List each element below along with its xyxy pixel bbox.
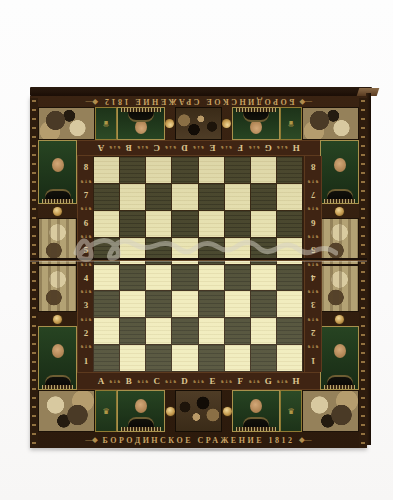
coord-label: B	[121, 143, 137, 153]
battle-scene-center	[175, 390, 222, 432]
square-g4	[251, 265, 276, 291]
square-h8	[277, 157, 302, 183]
square-d2	[172, 318, 197, 344]
square-a2	[94, 318, 119, 344]
square-g2	[251, 318, 276, 344]
board-top-edge	[30, 87, 372, 96]
portrait-head	[52, 344, 64, 358]
coord-label: 2	[311, 322, 316, 345]
coord-ornament-icon: ♞♝♞	[248, 379, 260, 384]
general-portrait	[38, 140, 77, 204]
coord-ornament-icon: ♞♝♞	[276, 379, 288, 384]
square-b1	[120, 345, 145, 371]
border-band-top: ♛ ♛	[38, 107, 359, 140]
coord-ornament-icon: ♞♝♞	[80, 289, 92, 294]
square-a7	[94, 184, 119, 210]
panel-ornament-icon: ♛	[102, 119, 109, 128]
board-grid	[93, 156, 303, 372]
portrait-head	[135, 399, 147, 413]
coord-ornament-icon: ♞♝♞	[192, 146, 204, 151]
coord-label: 3	[84, 294, 89, 317]
panel-ornament-icon: ♛	[102, 407, 109, 416]
square-b3	[120, 291, 145, 317]
coord-label: D	[177, 143, 193, 153]
photo-stage: ―◆ БОРОДИНСКОЕ СРАЖЕНИЕ 1812 ―◆ ♛ ♛	[0, 0, 393, 500]
square-a3	[94, 291, 119, 317]
square-d8	[172, 157, 197, 183]
flourish-icon: ―◆	[299, 98, 311, 106]
ornament-panel: ♛	[95, 390, 117, 432]
coord-ornament-icon: ♞♝♞	[80, 317, 92, 322]
coord-label: 4	[311, 267, 316, 290]
coord-label: D	[177, 376, 193, 386]
square-f4	[225, 265, 250, 291]
square-e4	[199, 265, 224, 291]
medal-ornament-icon	[320, 312, 359, 326]
square-c2	[146, 318, 171, 344]
portrait-caption	[42, 385, 73, 389]
coord-label: C	[149, 376, 165, 386]
square-a4	[94, 265, 119, 291]
square-g3	[251, 291, 276, 317]
square-e2	[199, 318, 224, 344]
square-e8	[199, 157, 224, 183]
border-band-left	[38, 140, 77, 390]
board-fold-seam	[30, 258, 367, 262]
flourish-icon: ―◆	[299, 436, 311, 444]
battlefield-landscape	[320, 265, 359, 312]
coord-label: B	[121, 376, 137, 386]
square-h2	[277, 318, 302, 344]
coord-ornament-icon: ♞♝♞	[137, 146, 149, 151]
portrait-caption	[121, 427, 161, 431]
coord-ornament-icon: ♞♝♞	[220, 379, 232, 384]
square-d6	[172, 211, 197, 237]
portrait-head	[135, 120, 147, 134]
general-portrait	[232, 390, 280, 432]
medal-ornament-icon	[222, 390, 232, 432]
battle-scene-corner	[302, 107, 359, 140]
general-portrait	[117, 390, 165, 432]
coord-ornament-icon: ♞♝♞	[307, 262, 319, 267]
coord-label: A	[93, 143, 109, 153]
square-c1	[146, 345, 171, 371]
coord-label: 4	[84, 267, 89, 290]
coord-label: G	[260, 143, 276, 153]
square-b2	[120, 318, 145, 344]
general-portrait	[117, 107, 165, 140]
panel-ornament-icon: ♛	[287, 119, 294, 128]
portrait-caption	[121, 108, 161, 112]
square-c8	[146, 157, 171, 183]
square-c7	[146, 184, 171, 210]
coord-ornament-icon: ♞♝♞	[307, 179, 319, 184]
board-shadow	[34, 448, 364, 452]
square-h6	[277, 211, 302, 237]
square-c3	[146, 291, 171, 317]
title-bottom: ―◆ БОРОДИНСКОЕ СРАЖЕНИЕ 1812 ―◆	[36, 432, 361, 448]
frame-trim-right	[359, 98, 367, 448]
coord-ornament-icon: ♞♝♞	[307, 317, 319, 322]
square-f2	[225, 318, 250, 344]
coord-label: 8	[84, 156, 89, 179]
square-d1	[172, 345, 197, 371]
medal-ornament-icon	[38, 312, 77, 326]
coord-label: 8	[311, 156, 316, 179]
square-b4	[120, 265, 145, 291]
coord-label: E	[205, 376, 221, 386]
square-f6	[225, 211, 250, 237]
coord-label: 1	[311, 349, 316, 372]
file-labels-bottom: A♞♝♞B♞♝♞C♞♝♞D♞♝♞E♞♝♞F♞♝♞G♞♝♞H	[77, 372, 320, 390]
coord-ornament-icon: ♞♝♞	[80, 234, 92, 239]
square-g6	[251, 211, 276, 237]
coord-ornament-icon: ♞♝♞	[307, 289, 319, 294]
square-e3	[199, 291, 224, 317]
battle-scene-center	[175, 107, 222, 140]
coord-ornament-icon: ♞♝♞	[137, 379, 149, 384]
ornament-panel: ♛	[280, 107, 302, 140]
coord-ornament-icon: ♞♝♞	[165, 146, 177, 151]
medal-ornament-icon	[38, 204, 77, 218]
square-b8	[120, 157, 145, 183]
square-g1	[251, 345, 276, 371]
flourish-icon: ―◆	[85, 98, 97, 106]
coord-label: 6	[84, 211, 89, 234]
coord-ornament-icon: ♞♝♞	[109, 146, 121, 151]
gold-ticks	[32, 100, 36, 446]
title-bottom-text: БОРОДИНСКОЕ СРАЖЕНИЕ 1812	[103, 436, 295, 445]
chess-board: ―◆ БОРОДИНСКОЕ СРАЖЕНИЕ 1812 ―◆ ♛ ♛	[30, 87, 367, 448]
coord-label: H	[288, 376, 304, 386]
coord-label: A	[93, 376, 109, 386]
square-f7	[225, 184, 250, 210]
coord-label: E	[205, 143, 221, 153]
square-d7	[172, 184, 197, 210]
coord-ornament-icon: ♞♝♞	[248, 146, 260, 151]
general-portrait	[232, 107, 280, 140]
coord-label: H	[288, 143, 304, 153]
portrait-head	[334, 158, 346, 172]
square-a1	[94, 345, 119, 371]
square-g8	[251, 157, 276, 183]
coord-ornament-icon: ♞♝♞	[307, 206, 319, 211]
square-f1	[225, 345, 250, 371]
battle-scene-corner	[302, 390, 359, 432]
portrait-caption	[324, 385, 355, 389]
coord-ornament-icon: ♞♝♞	[276, 146, 288, 151]
square-a8	[94, 157, 119, 183]
square-c6	[146, 211, 171, 237]
square-e7	[199, 184, 224, 210]
coord-label: 2	[84, 322, 89, 345]
portrait-caption	[236, 427, 276, 431]
portrait-head	[250, 120, 262, 134]
coord-ornament-icon: ♞♝♞	[80, 262, 92, 267]
square-c4	[146, 265, 171, 291]
square-h1	[277, 345, 302, 371]
coord-ornament-icon: ♞♝♞	[80, 179, 92, 184]
coord-label: F	[232, 376, 248, 386]
coord-ornament-icon: ♞♝♞	[109, 379, 121, 384]
portrait-head	[52, 158, 64, 172]
square-h3	[277, 291, 302, 317]
square-e1	[199, 345, 224, 371]
square-b7	[120, 184, 145, 210]
medal-ornament-icon	[222, 107, 232, 140]
square-f3	[225, 291, 250, 317]
coord-label: 7	[84, 184, 89, 207]
border-band-right	[320, 140, 359, 390]
file-labels-top: H♞♝♞G♞♝♞F♞♝♞E♞♝♞D♞♝♞C♞♝♞B♞♝♞A	[77, 140, 320, 156]
portrait-caption	[42, 199, 73, 203]
battle-scene-corner	[38, 107, 95, 140]
coord-label: 6	[311, 211, 316, 234]
square-g7	[251, 184, 276, 210]
border-band-bottom: ♛ ♛	[38, 390, 359, 432]
square-f8	[225, 157, 250, 183]
medal-ornament-icon	[165, 390, 175, 432]
general-portrait	[320, 140, 359, 204]
medal-ornament-icon	[165, 107, 175, 140]
square-d4	[172, 265, 197, 291]
coord-label: 1	[84, 349, 89, 372]
frame-trim-left	[30, 98, 38, 448]
portrait-head	[250, 399, 262, 413]
coord-label: 3	[311, 294, 316, 317]
coord-label: G	[260, 376, 276, 386]
battle-scene-corner	[38, 390, 95, 432]
square-a6	[94, 211, 119, 237]
portrait-caption	[236, 108, 276, 112]
medal-ornament-icon	[320, 204, 359, 218]
coord-ornament-icon: ♞♝♞	[220, 146, 232, 151]
square-b6	[120, 211, 145, 237]
coord-ornament-icon: ♞♝♞	[307, 344, 319, 349]
title-top-text: БОРОДИНСКОЕ СРАЖЕНИЕ 1812	[103, 98, 295, 107]
portrait-head	[334, 344, 346, 358]
coord-ornament-icon: ♞♝♞	[80, 344, 92, 349]
coord-ornament-icon: ♞♝♞	[192, 379, 204, 384]
portrait-caption	[324, 199, 355, 203]
flourish-icon: ―◆	[85, 436, 97, 444]
ornament-panel: ♛	[280, 390, 302, 432]
coord-ornament-icon: ♞♝♞	[165, 379, 177, 384]
rank-labels-right: 8♞♝♞7♞♝♞6♞♝♞5♞♝♞4♞♝♞3♞♝♞2♞♝♞1	[304, 156, 322, 372]
panel-ornament-icon: ♛	[287, 407, 294, 416]
square-h4	[277, 265, 302, 291]
general-portrait	[320, 326, 359, 390]
gold-ticks	[361, 100, 365, 446]
square-e6	[199, 211, 224, 237]
coord-label: F	[232, 143, 248, 153]
general-portrait	[38, 326, 77, 390]
coord-label: 7	[311, 184, 316, 207]
square-d3	[172, 291, 197, 317]
ornament-panel: ♛	[95, 107, 117, 140]
coord-label: C	[149, 143, 165, 153]
coord-ornament-icon: ♞♝♞	[80, 206, 92, 211]
battlefield-landscape	[38, 265, 77, 312]
square-h7	[277, 184, 302, 210]
coord-ornament-icon: ♞♝♞	[307, 234, 319, 239]
